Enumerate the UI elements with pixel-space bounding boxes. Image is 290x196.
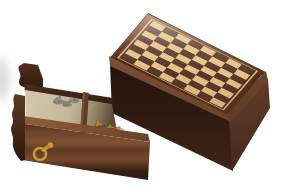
chess-box-photo: ♞♟♝♟♟♝ (0, 0, 290, 196)
key-head (48, 142, 54, 148)
drawer-end-cap (11, 94, 25, 161)
storage-drawer: ♞♟♝♟♟♝ (5, 58, 165, 185)
silver-bishop: ♝ (68, 94, 80, 104)
